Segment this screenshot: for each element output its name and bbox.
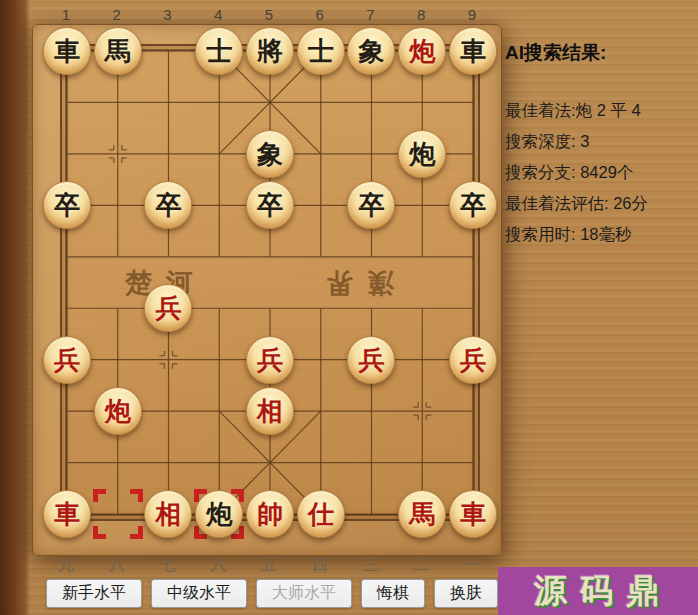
button-中级水平[interactable]: 中级水平: [151, 579, 247, 608]
piece-black-soldier[interactable]: 卒: [144, 181, 192, 229]
piece-black-chariot[interactable]: 車: [43, 27, 91, 75]
button-换肤[interactable]: 换肤: [434, 579, 498, 608]
control-button-bar: 新手水平中级水平大师水平悔棋换肤: [46, 579, 498, 608]
piece-red-soldier[interactable]: 兵: [449, 336, 497, 384]
xiangqi-board: 楚河 漢界 車馬士將士象炮車象炮卒卒卒卒卒兵兵兵兵兵炮相車相炮帥仕馬車: [32, 24, 502, 556]
file-label-top-3: 3: [155, 6, 181, 23]
file-label-top-9: 9: [459, 6, 485, 23]
piece-red-elephant[interactable]: 相: [246, 387, 294, 435]
button-大师水平[interactable]: 大师水平: [256, 579, 352, 608]
file-label-bottom-5: 五: [255, 555, 283, 576]
piece-red-elephant[interactable]: 相: [144, 490, 192, 538]
ai-search-panel: AI搜索结果: 最佳着法:炮 2 平 4搜索深度: 3搜索分支: 8429个最佳…: [505, 40, 695, 246]
file-label-top-1: 1: [53, 6, 79, 23]
watermark-banner: 源码鼎: [498, 567, 698, 615]
file-label-top-7: 7: [358, 6, 384, 23]
file-label-top-4: 4: [205, 6, 231, 23]
file-label-top-8: 8: [408, 6, 434, 23]
ai-result-line-3: 搜索分支: 8429个: [505, 162, 695, 184]
piece-red-chariot[interactable]: 車: [449, 490, 497, 538]
ai-result-line-1: 最佳着法:炮 2 平 4: [505, 100, 695, 122]
wood-edge-shadow: [0, 0, 30, 615]
file-label-bottom-3: 七: [154, 555, 182, 576]
button-新手水平[interactable]: 新手水平: [46, 579, 142, 608]
file-label-top-2: 2: [104, 6, 130, 23]
file-label-bottom-1: 九: [52, 555, 80, 576]
file-label-bottom-7: 三: [357, 555, 385, 576]
piece-black-soldier[interactable]: 卒: [449, 181, 497, 229]
piece-black-advisor[interactable]: 士: [195, 27, 243, 75]
file-label-bottom-8: 二: [407, 555, 435, 576]
piece-black-general[interactable]: 將: [246, 27, 294, 75]
piece-red-soldier[interactable]: 兵: [347, 336, 395, 384]
ai-result-line-5: 搜索用时: 18毫秒: [505, 224, 695, 246]
piece-red-soldier[interactable]: 兵: [246, 336, 294, 384]
piece-black-elephant[interactable]: 象: [246, 130, 294, 178]
ai-panel-title: AI搜索结果:: [505, 40, 695, 66]
piece-black-soldier[interactable]: 卒: [43, 181, 91, 229]
file-label-bottom-9: 一: [458, 555, 486, 576]
piece-red-general[interactable]: 帥: [246, 490, 294, 538]
piece-red-cannon[interactable]: 炮: [398, 27, 446, 75]
piece-black-elephant[interactable]: 象: [347, 27, 395, 75]
file-label-top-6: 6: [307, 6, 333, 23]
piece-red-advisor[interactable]: 仕: [297, 490, 345, 538]
piece-red-soldier[interactable]: 兵: [144, 284, 192, 332]
file-label-bottom-2: 八: [103, 555, 131, 576]
ai-result-line-2: 搜索深度: 3: [505, 131, 695, 153]
piece-red-horse[interactable]: 馬: [398, 490, 446, 538]
ai-result-line-4: 最佳着法评估: 26分: [505, 193, 695, 215]
button-悔棋[interactable]: 悔棋: [361, 579, 425, 608]
watermark-text: 源码鼎: [534, 569, 672, 614]
piece-black-advisor[interactable]: 士: [297, 27, 345, 75]
piece-black-cannon[interactable]: 炮: [398, 130, 446, 178]
piece-red-cannon[interactable]: 炮: [94, 387, 142, 435]
piece-black-soldier[interactable]: 卒: [246, 181, 294, 229]
file-label-bottom-4: 六: [204, 555, 232, 576]
piece-black-cannon[interactable]: 炮: [195, 490, 243, 538]
piece-black-soldier[interactable]: 卒: [347, 181, 395, 229]
file-label-bottom-6: 四: [306, 555, 334, 576]
piece-red-soldier[interactable]: 兵: [43, 336, 91, 384]
last-move-marker: [93, 489, 143, 539]
piece-black-horse[interactable]: 馬: [94, 27, 142, 75]
file-label-top-5: 5: [256, 6, 282, 23]
pieces-layer: 車馬士將士象炮車象炮卒卒卒卒卒兵兵兵兵兵炮相車相炮帥仕馬車: [42, 25, 499, 539]
piece-black-chariot[interactable]: 車: [449, 27, 497, 75]
piece-red-chariot[interactable]: 車: [43, 490, 91, 538]
